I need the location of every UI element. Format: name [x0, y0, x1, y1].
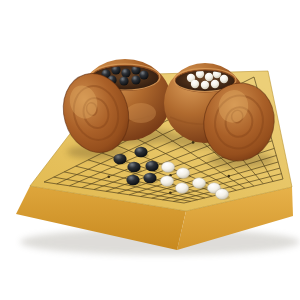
- go-set-scene: [0, 0, 300, 300]
- stone-white: [160, 176, 173, 187]
- stone-black: [143, 173, 156, 184]
- bowl-stone: [191, 80, 199, 88]
- bowl-stone: [205, 73, 213, 81]
- black-stone-bowl-highlight: [126, 103, 156, 123]
- go-set-product-photo: [0, 0, 300, 300]
- bowl-stone: [211, 80, 219, 88]
- bowl-stone: [220, 75, 228, 83]
- stone-black: [126, 175, 139, 186]
- stone-black: [145, 161, 158, 172]
- bowl-stone: [139, 70, 148, 79]
- stone-black: [127, 162, 140, 173]
- stone-black: [134, 147, 147, 158]
- stone-white: [175, 183, 188, 194]
- bowl-stone: [131, 75, 140, 84]
- stone-white: [161, 162, 174, 173]
- bowl-stone: [201, 81, 209, 89]
- bowl-stone: [121, 68, 130, 77]
- stone-white: [215, 189, 228, 200]
- stone-white: [192, 178, 205, 189]
- goban-scene: [0, 0, 300, 300]
- bowl-stone: [119, 76, 128, 85]
- stone-white: [176, 168, 189, 179]
